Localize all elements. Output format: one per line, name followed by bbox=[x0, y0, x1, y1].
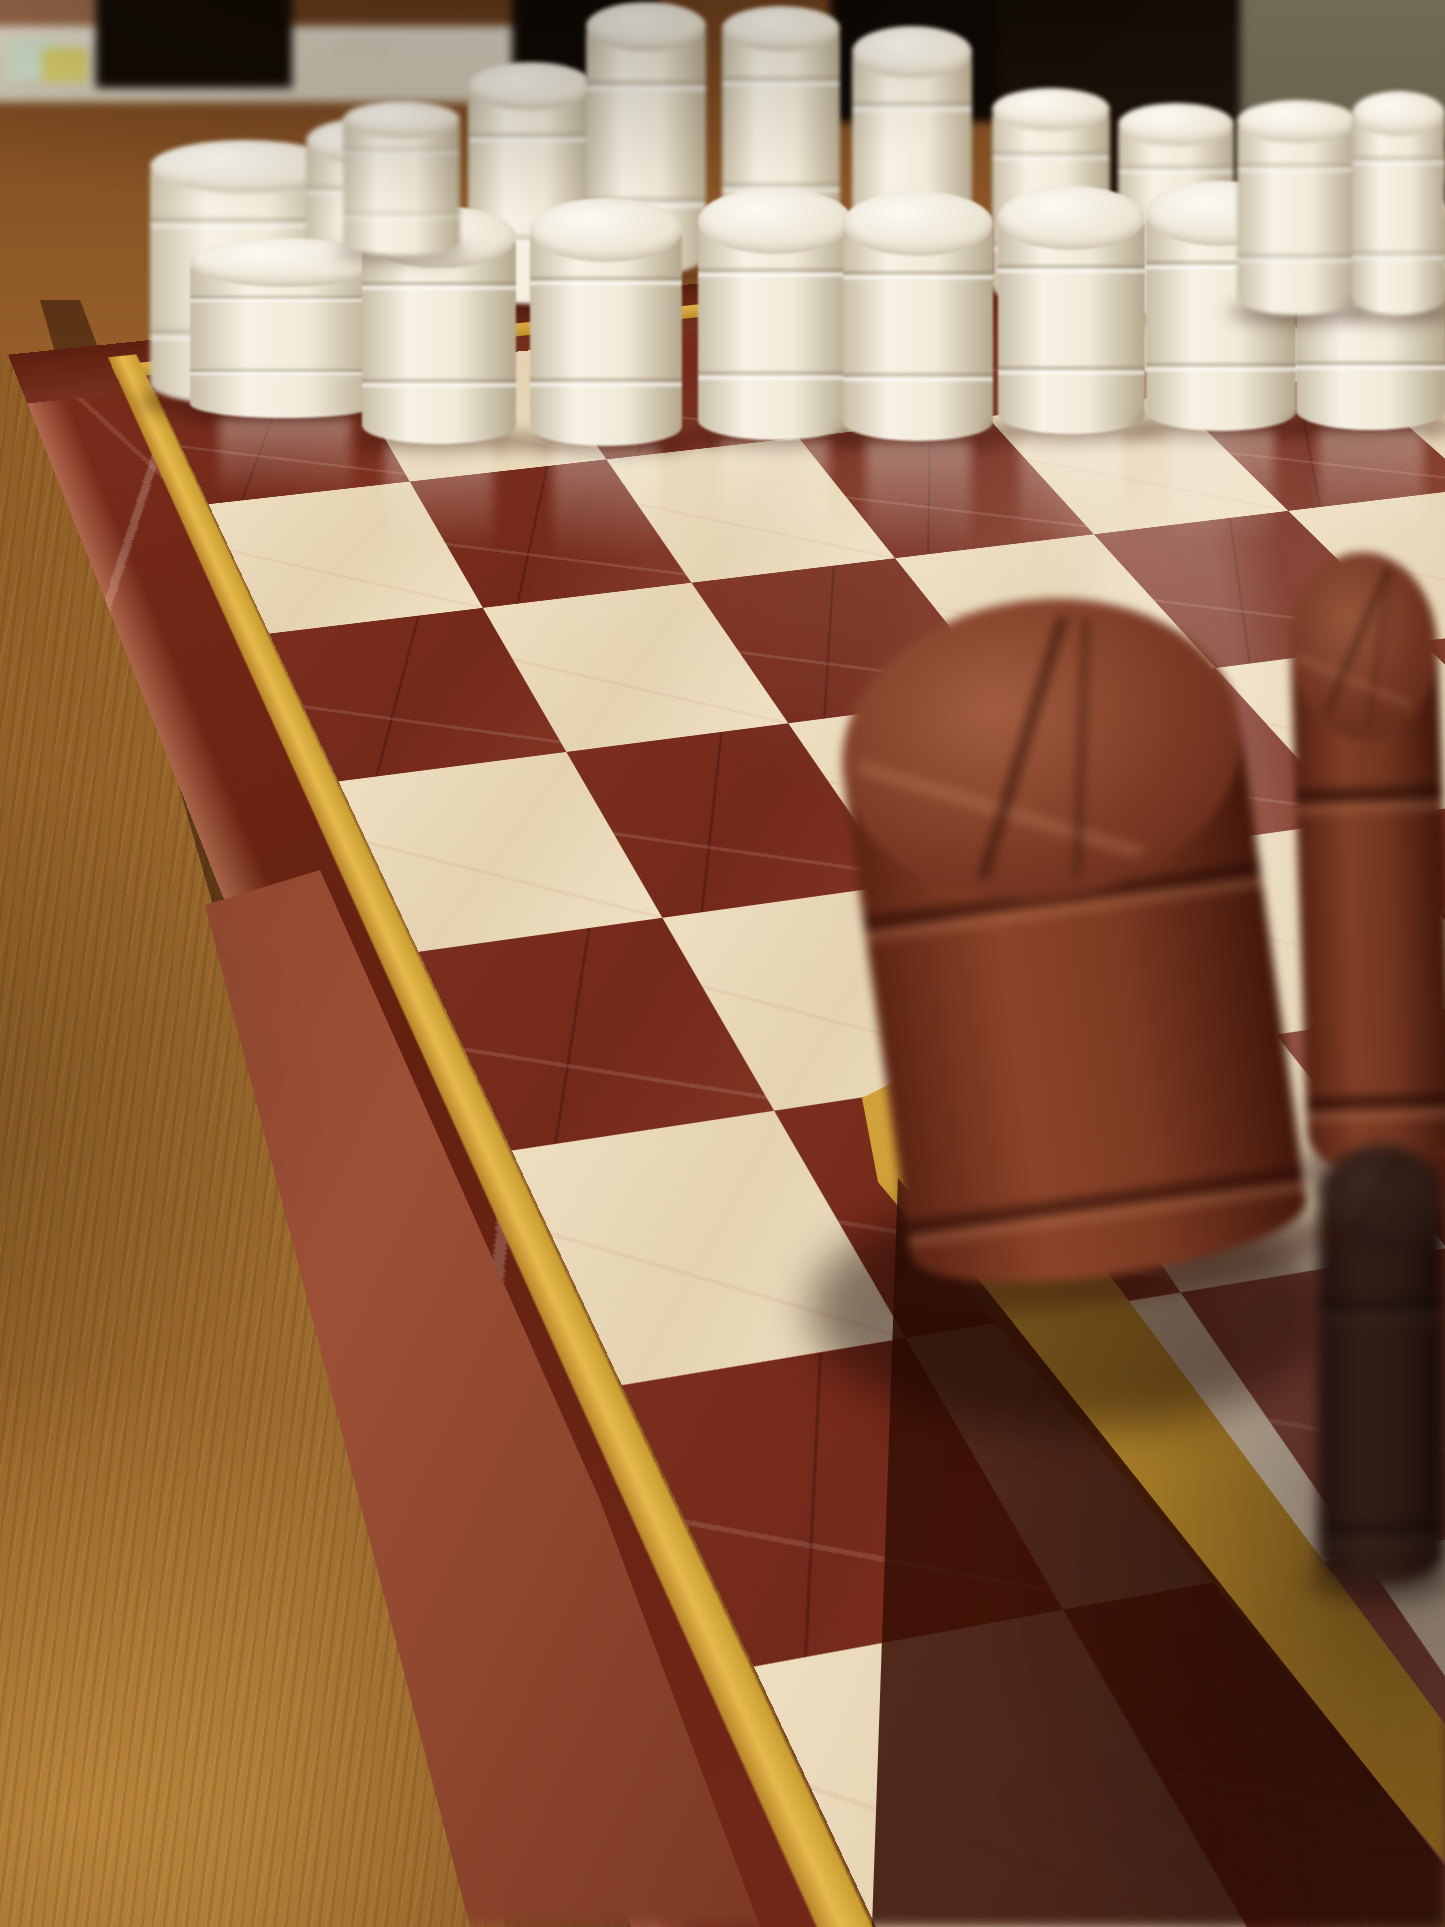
piece-reflection bbox=[1020, 434, 1123, 546]
piece-top bbox=[698, 188, 852, 254]
piece-white-off-board-far-rim[interactable] bbox=[343, 101, 460, 255]
piece-reflection bbox=[553, 446, 659, 558]
piece-top bbox=[468, 62, 593, 110]
piece-body bbox=[698, 221, 852, 440]
piece-body bbox=[1352, 113, 1445, 315]
piece-white-off-board-far-rim[interactable] bbox=[1352, 91, 1445, 315]
piece-red-e4[interactable] bbox=[1287, 550, 1445, 1180]
piece-reflection bbox=[1319, 430, 1424, 543]
piece-top bbox=[722, 6, 840, 51]
piece-reflection bbox=[721, 440, 829, 553]
piece-body bbox=[1318, 1198, 1445, 1585]
piece-body bbox=[530, 230, 682, 446]
piece-body bbox=[843, 224, 993, 442]
piece-top bbox=[998, 186, 1145, 250]
piece-red-c2[interactable] bbox=[823, 573, 1314, 1302]
piece-top bbox=[992, 88, 1110, 131]
piece-top bbox=[586, 2, 706, 51]
piece-white-a7[interactable] bbox=[190, 238, 380, 418]
piece-reflection bbox=[219, 418, 352, 499]
piece-body bbox=[1237, 122, 1357, 316]
piece-top bbox=[1352, 91, 1445, 136]
piece-white-d7[interactable] bbox=[698, 188, 852, 440]
photo-marble-checkers-board bbox=[0, 0, 1445, 1927]
piece-body bbox=[343, 119, 460, 255]
piece-red-f1[interactable] bbox=[1318, 1145, 1445, 1585]
piece-body bbox=[998, 218, 1145, 434]
piece-body bbox=[362, 237, 516, 444]
piece-top bbox=[1237, 100, 1357, 143]
piece-top bbox=[843, 191, 993, 256]
piece-white-f7[interactable] bbox=[998, 186, 1145, 434]
piece-top bbox=[1118, 103, 1234, 146]
piece-reflection bbox=[385, 444, 493, 551]
piece-reflection bbox=[866, 441, 971, 554]
piece-white-e7[interactable] bbox=[843, 191, 993, 441]
piece-white-off-board-far-rim[interactable] bbox=[1237, 100, 1357, 315]
piece-top bbox=[343, 101, 460, 138]
piece-top bbox=[852, 26, 972, 78]
piece-reflection bbox=[1169, 431, 1274, 544]
piece-white-c7[interactable] bbox=[530, 198, 682, 446]
piece-top bbox=[530, 198, 682, 262]
